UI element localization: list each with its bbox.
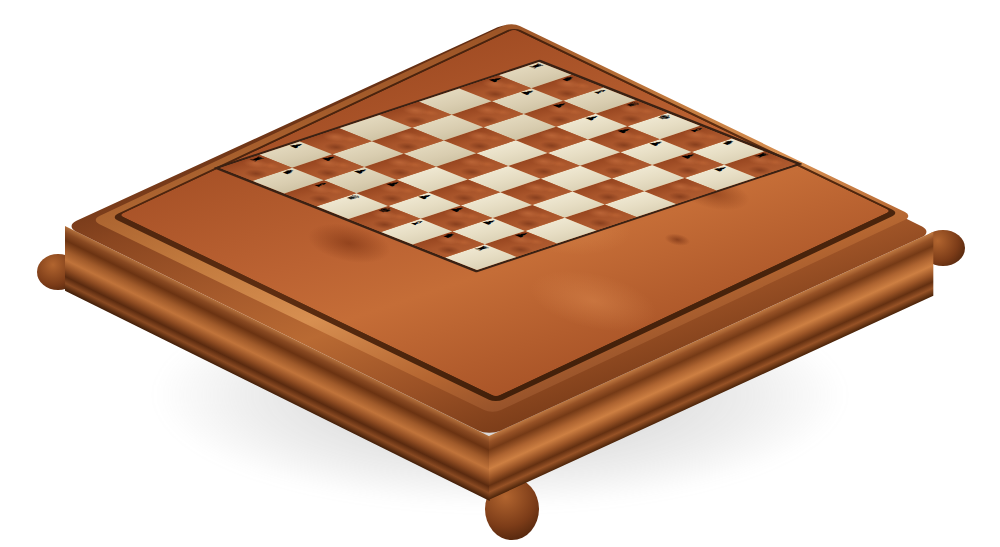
- silver-pawn: ♟: [485, 75, 508, 83]
- silver-rook: ♜: [525, 62, 548, 70]
- brass-rook: ♜: [245, 155, 268, 163]
- brass-pawn: ♟: [285, 141, 308, 149]
- chess-set-photo: ♜♞♝♛♚♝♞♜♟♟♟♟♟♟♟♟♟♟♟♟♟♟♟♟♜♞♝♛♚♝♞♜: [0, 0, 1000, 547]
